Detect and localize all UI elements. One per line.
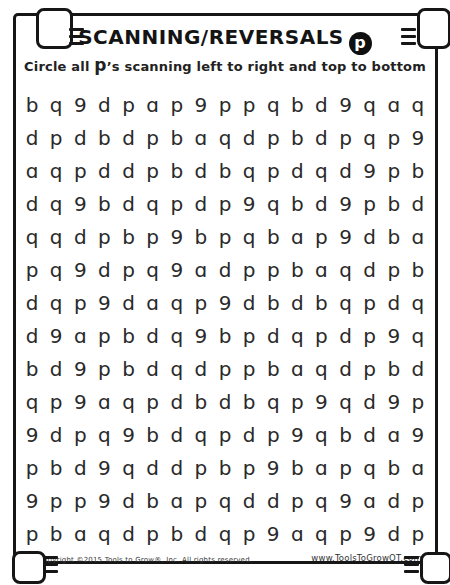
grid-letter[interactable]: d: [358, 254, 382, 287]
grid-letter[interactable]: q: [261, 188, 285, 221]
grid-letter[interactable]: p: [237, 320, 261, 353]
grid-letter[interactable]: p: [116, 254, 140, 287]
grid-letter[interactable]: 9: [261, 518, 285, 551]
grid-letter[interactable]: ɑ: [68, 518, 92, 551]
grid-letter[interactable]: d: [382, 518, 406, 551]
grid-letter[interactable]: q: [44, 287, 68, 320]
grid-letter[interactable]: ɑ: [141, 89, 165, 122]
grid-letter[interactable]: ɑ: [358, 485, 382, 518]
grid-letter[interactable]: d: [358, 419, 382, 452]
grid-letter[interactable]: p: [68, 155, 92, 188]
grid-letter[interactable]: q: [309, 518, 333, 551]
grid-letter[interactable]: b: [285, 89, 309, 122]
grid-letter[interactable]: ɑ: [141, 287, 165, 320]
grid-letter[interactable]: d: [20, 188, 44, 221]
grid-letter[interactable]: ɑ: [309, 452, 333, 485]
grid-letter[interactable]: p: [189, 452, 213, 485]
letter-grid: bq9dpɑp9ppqbd9qɑqdpdbdpbɑqdpbdpqp9ɑqpddp…: [20, 89, 430, 550]
grid-letter[interactable]: b: [189, 386, 213, 419]
grid-letter[interactable]: 9: [92, 452, 116, 485]
grid-letter[interactable]: q: [334, 254, 358, 287]
grid-letter[interactable]: d: [382, 287, 406, 320]
worksheet-page: SCANNING/REVERSALSp Circle all p’s scann…: [0, 0, 450, 585]
grid-letter[interactable]: 9: [92, 485, 116, 518]
grid-letter[interactable]: p: [406, 386, 430, 419]
grid-letter[interactable]: p: [92, 353, 116, 386]
grid-letter[interactable]: p: [334, 518, 358, 551]
grid-letter[interactable]: p: [20, 518, 44, 551]
grid-letter[interactable]: p: [358, 353, 382, 386]
copyright-text: Copyright ©2015 Tools to Grow®, Inc. All…: [38, 556, 252, 564]
grid-letter[interactable]: ɑ: [309, 254, 333, 287]
grid-letter[interactable]: p: [141, 122, 165, 155]
grid-letter[interactable]: ɑ: [285, 518, 309, 551]
grid-letter[interactable]: 9: [20, 419, 44, 452]
grid-letter[interactable]: d: [68, 221, 92, 254]
grid-letter[interactable]: d: [116, 188, 140, 221]
grid-letter[interactable]: d: [285, 287, 309, 320]
grid-letter[interactable]: b: [92, 122, 116, 155]
grid-letter[interactable]: 9: [189, 89, 213, 122]
grid-letter[interactable]: q: [358, 452, 382, 485]
grid-letter[interactable]: ɑ: [382, 89, 406, 122]
grid-letter[interactable]: 9: [358, 518, 382, 551]
grid-letter[interactable]: d: [237, 122, 261, 155]
grid-letter[interactable]: d: [189, 518, 213, 551]
grid-letter[interactable]: p: [213, 221, 237, 254]
grid-letter[interactable]: b: [285, 122, 309, 155]
grid-letter[interactable]: b: [165, 518, 189, 551]
grid-letter[interactable]: ɑ: [189, 122, 213, 155]
grid-letter[interactable]: 9: [406, 419, 430, 452]
grid-letter[interactable]: b: [309, 287, 333, 320]
grid-letter[interactable]: b: [141, 419, 165, 452]
grid-letter[interactable]: d: [334, 353, 358, 386]
grid-letter[interactable]: d: [237, 287, 261, 320]
grid-letter[interactable]: p: [213, 353, 237, 386]
grid-letter[interactable]: b: [165, 155, 189, 188]
grid-letter[interactable]: 9: [92, 287, 116, 320]
grid-letter[interactable]: b: [213, 155, 237, 188]
letter-p-badge-icon: p: [349, 32, 372, 55]
grid-letter[interactable]: d: [68, 122, 92, 155]
grid-letter[interactable]: d: [116, 485, 140, 518]
instructions-suffix: ’s scanning left to right and top to bot…: [107, 59, 426, 74]
grid-letter[interactable]: d: [20, 122, 44, 155]
grid-letter[interactable]: d: [285, 155, 309, 188]
grid-letter[interactable]: d: [406, 353, 430, 386]
instructions-target-letter: p: [94, 55, 106, 75]
grid-letter[interactable]: p: [165, 89, 189, 122]
grid-letter[interactable]: b: [382, 221, 406, 254]
grid-letter[interactable]: p: [261, 419, 285, 452]
grid-letter[interactable]: q: [44, 221, 68, 254]
grid-letter[interactable]: p: [165, 188, 189, 221]
grid-letter[interactable]: q: [116, 452, 140, 485]
grid-letter[interactable]: p: [382, 155, 406, 188]
grid-letter[interactable]: p: [382, 122, 406, 155]
grid-letter[interactable]: q: [44, 155, 68, 188]
grid-letter[interactable]: b: [213, 452, 237, 485]
grid-letter[interactable]: d: [189, 155, 213, 188]
grid-letter[interactable]: b: [382, 452, 406, 485]
grid-letter[interactable]: p: [382, 254, 406, 287]
grid-letter[interactable]: q: [213, 485, 237, 518]
grid-letter[interactable]: p: [68, 287, 92, 320]
grid-letter[interactable]: d: [116, 155, 140, 188]
grid-letter[interactable]: d: [358, 221, 382, 254]
grid-letter[interactable]: 9: [20, 485, 44, 518]
grid-letter[interactable]: d: [309, 122, 333, 155]
grid-letter[interactable]: p: [189, 485, 213, 518]
grid-letter[interactable]: b: [213, 320, 237, 353]
grid-letter[interactable]: d: [358, 386, 382, 419]
grid-letter[interactable]: b: [116, 353, 140, 386]
grid-letter[interactable]: p: [309, 320, 333, 353]
grid-letter[interactable]: d: [141, 320, 165, 353]
grid-letter[interactable]: 9: [334, 221, 358, 254]
grid-letter[interactable]: 9: [382, 320, 406, 353]
grid-letter[interactable]: p: [44, 485, 68, 518]
grid-letter[interactable]: 9: [44, 320, 68, 353]
grid-letter[interactable]: q: [92, 518, 116, 551]
grid-letter[interactable]: d: [116, 518, 140, 551]
grid-letter[interactable]: q: [237, 155, 261, 188]
grid-letter[interactable]: p: [334, 452, 358, 485]
grid-letter[interactable]: 9: [213, 287, 237, 320]
instructions-prefix: Circle all: [24, 59, 94, 74]
grid-letter[interactable]: d: [141, 353, 165, 386]
grid-letter[interactable]: q: [406, 89, 430, 122]
grid-letter[interactable]: d: [165, 419, 189, 452]
grid-letter[interactable]: q: [261, 89, 285, 122]
grid-letter[interactable]: p: [406, 485, 430, 518]
grid-letter[interactable]: d: [189, 353, 213, 386]
grid-letter[interactable]: q: [309, 155, 333, 188]
grid-letter[interactable]: ɑ: [406, 452, 430, 485]
grid-letter[interactable]: q: [309, 485, 333, 518]
grid-letter[interactable]: 9: [382, 386, 406, 419]
corner-clamp-top-left: [36, 8, 73, 49]
grid-letter[interactable]: p: [44, 122, 68, 155]
grid-letter[interactable]: b: [382, 188, 406, 221]
grid-letter[interactable]: b: [237, 386, 261, 419]
grid-letter[interactable]: d: [92, 254, 116, 287]
grid-letter[interactable]: p: [334, 122, 358, 155]
grid-letter[interactable]: q: [213, 122, 237, 155]
grid-letter[interactable]: b: [116, 320, 140, 353]
grid-letter[interactable]: b: [334, 419, 358, 452]
grid-letter[interactable]: ɑ: [406, 221, 430, 254]
grid-letter[interactable]: q: [20, 386, 44, 419]
binding-marks-icon: [43, 556, 58, 578]
grid-letter[interactable]: 9: [285, 419, 309, 452]
grid-letter[interactable]: d: [237, 419, 261, 452]
grid-letter[interactable]: 9: [237, 188, 261, 221]
grid-letter[interactable]: d: [44, 353, 68, 386]
grid-letter[interactable]: d: [261, 320, 285, 353]
grid-letter[interactable]: 9: [334, 89, 358, 122]
grid-letter[interactable]: q: [20, 221, 44, 254]
grid-letter[interactable]: q: [165, 320, 189, 353]
grid-letter[interactable]: b: [141, 485, 165, 518]
grid-letter[interactable]: d: [20, 320, 44, 353]
grid-letter[interactable]: d: [20, 287, 44, 320]
grid-letter[interactable]: p: [237, 353, 261, 386]
grid-letter[interactable]: b: [406, 155, 430, 188]
grid-letter[interactable]: d: [309, 89, 333, 122]
grid-letter[interactable]: d: [309, 188, 333, 221]
grid-letter[interactable]: ɑ: [285, 221, 309, 254]
grid-letter[interactable]: 9: [334, 485, 358, 518]
grid-letter[interactable]: q: [92, 419, 116, 452]
grid-letter[interactable]: d: [165, 386, 189, 419]
grid-letter[interactable]: 9: [261, 452, 285, 485]
grid-letter[interactable]: p: [20, 452, 44, 485]
grid-letter[interactable]: q: [44, 89, 68, 122]
grid-letter[interactable]: ɑ: [92, 386, 116, 419]
grid-letter[interactable]: p: [116, 89, 140, 122]
grid-letter[interactable]: d: [116, 287, 140, 320]
grid-letter[interactable]: p: [285, 386, 309, 419]
grid-letter[interactable]: ɑ: [382, 419, 406, 452]
grid-letter[interactable]: q: [261, 386, 285, 419]
grid-letter[interactable]: 9: [165, 254, 189, 287]
grid-letter[interactable]: d: [68, 452, 92, 485]
grid-letter[interactable]: b: [382, 353, 406, 386]
grid-letter[interactable]: d: [116, 122, 140, 155]
grid-letter[interactable]: p: [213, 188, 237, 221]
grid-letter[interactable]: 9: [309, 386, 333, 419]
grid-letter[interactable]: b: [261, 221, 285, 254]
grid-letter[interactable]: p: [237, 452, 261, 485]
grid-letter[interactable]: b: [285, 188, 309, 221]
grid-letter[interactable]: d: [406, 188, 430, 221]
grid-letter[interactable]: p: [213, 89, 237, 122]
grid-letter[interactable]: b: [261, 287, 285, 320]
grid-letter[interactable]: p: [261, 155, 285, 188]
grid-letter[interactable]: 9: [68, 353, 92, 386]
grid-letter[interactable]: q: [309, 353, 333, 386]
grid-letter[interactable]: 9: [406, 122, 430, 155]
grid-letter[interactable]: b: [406, 254, 430, 287]
grid-letter[interactable]: q: [116, 386, 140, 419]
grid-letter[interactable]: ɑ: [165, 485, 189, 518]
grid-letter[interactable]: q: [285, 320, 309, 353]
grid-letter[interactable]: q: [309, 419, 333, 452]
grid-letter[interactable]: q: [334, 287, 358, 320]
grid-letter[interactable]: p: [358, 188, 382, 221]
title-text: SCANNING/REVERSALS: [78, 25, 344, 49]
grid-letter[interactable]: d: [141, 452, 165, 485]
grid-letter[interactable]: q: [189, 419, 213, 452]
grid-letter[interactable]: b: [116, 221, 140, 254]
grid-letter[interactable]: d: [213, 386, 237, 419]
grid-letter[interactable]: 9: [165, 221, 189, 254]
grid-letter[interactable]: 9: [68, 188, 92, 221]
grid-letter[interactable]: ɑ: [20, 155, 44, 188]
grid-letter[interactable]: 9: [68, 254, 92, 287]
grid-letter[interactable]: p: [92, 221, 116, 254]
grid-letter[interactable]: b: [92, 188, 116, 221]
grid-letter[interactable]: b: [20, 89, 44, 122]
grid-letter[interactable]: p: [68, 485, 92, 518]
grid-letter[interactable]: q: [44, 254, 68, 287]
instructions: Circle all p’s scanning left to right an…: [0, 55, 450, 77]
grid-letter[interactable]: q: [358, 89, 382, 122]
grid-letter[interactable]: p: [237, 518, 261, 551]
corner-clamp-bottom-right: [420, 552, 450, 584]
grid-letter[interactable]: b: [44, 518, 68, 551]
grid-letter[interactable]: q: [141, 188, 165, 221]
grid-letter[interactable]: p: [261, 254, 285, 287]
grid-letter[interactable]: p: [358, 320, 382, 353]
grid-letter[interactable]: p: [141, 155, 165, 188]
grid-letter[interactable]: d: [334, 155, 358, 188]
grid-letter[interactable]: q: [165, 353, 189, 386]
grid-letter[interactable]: p: [44, 386, 68, 419]
grid-letter[interactable]: p: [141, 386, 165, 419]
grid-letter[interactable]: q: [406, 287, 430, 320]
grid-letter[interactable]: p: [261, 122, 285, 155]
grid-letter[interactable]: q: [237, 221, 261, 254]
grid-letter[interactable]: b: [285, 254, 309, 287]
grid-letter[interactable]: 9: [334, 188, 358, 221]
grid-letter[interactable]: 9: [116, 419, 140, 452]
grid-letter[interactable]: ɑ: [68, 320, 92, 353]
corner-clamp-bottom-left: [12, 551, 46, 584]
grid-letter[interactable]: d: [334, 320, 358, 353]
grid-letter[interactable]: q: [358, 122, 382, 155]
grid-letter[interactable]: q: [334, 386, 358, 419]
grid-letter[interactable]: 9: [68, 89, 92, 122]
grid-letter[interactable]: p: [141, 221, 165, 254]
corner-clamp-top-right: [417, 8, 450, 49]
grid-letter[interactable]: p: [237, 89, 261, 122]
grid-letter[interactable]: d: [261, 485, 285, 518]
grid-letter[interactable]: d: [189, 188, 213, 221]
grid-letter[interactable]: ɑ: [189, 254, 213, 287]
grid-letter[interactable]: p: [237, 254, 261, 287]
grid-letter[interactable]: q: [141, 254, 165, 287]
grid-letter[interactable]: p: [285, 485, 309, 518]
grid-letter[interactable]: q: [213, 518, 237, 551]
grid-letter[interactable]: q: [165, 287, 189, 320]
grid-letter[interactable]: q: [44, 188, 68, 221]
grid-letter[interactable]: p: [68, 419, 92, 452]
grid-letter[interactable]: 9: [68, 386, 92, 419]
grid-letter[interactable]: b: [189, 221, 213, 254]
grid-letter[interactable]: d: [92, 89, 116, 122]
grid-letter[interactable]: p: [406, 518, 430, 551]
grid-letter[interactable]: p: [189, 287, 213, 320]
grid-letter[interactable]: p: [20, 254, 44, 287]
binding-marks-icon: [69, 28, 84, 50]
grid-letter[interactable]: d: [237, 485, 261, 518]
grid-letter[interactable]: p: [92, 320, 116, 353]
grid-letter[interactable]: d: [382, 485, 406, 518]
binding-marks-icon: [401, 28, 416, 50]
grid-letter[interactable]: d: [165, 452, 189, 485]
grid-letter[interactable]: p: [141, 518, 165, 551]
grid-letter[interactable]: q: [406, 320, 430, 353]
grid-letter[interactable]: b: [20, 353, 44, 386]
grid-letter[interactable]: d: [213, 254, 237, 287]
grid-letter[interactable]: p: [213, 419, 237, 452]
grid-letter[interactable]: p: [358, 287, 382, 320]
grid-letter[interactable]: d: [92, 155, 116, 188]
grid-letter[interactable]: b: [44, 452, 68, 485]
grid-letter[interactable]: d: [44, 419, 68, 452]
grid-letter[interactable]: 9: [189, 320, 213, 353]
binding-marks-icon: [404, 556, 419, 578]
grid-letter[interactable]: b: [285, 452, 309, 485]
grid-letter[interactable]: b: [261, 353, 285, 386]
grid-letter[interactable]: p: [309, 221, 333, 254]
grid-letter[interactable]: b: [165, 122, 189, 155]
grid-letter[interactable]: 9: [358, 155, 382, 188]
grid-letter[interactable]: ɑ: [285, 353, 309, 386]
